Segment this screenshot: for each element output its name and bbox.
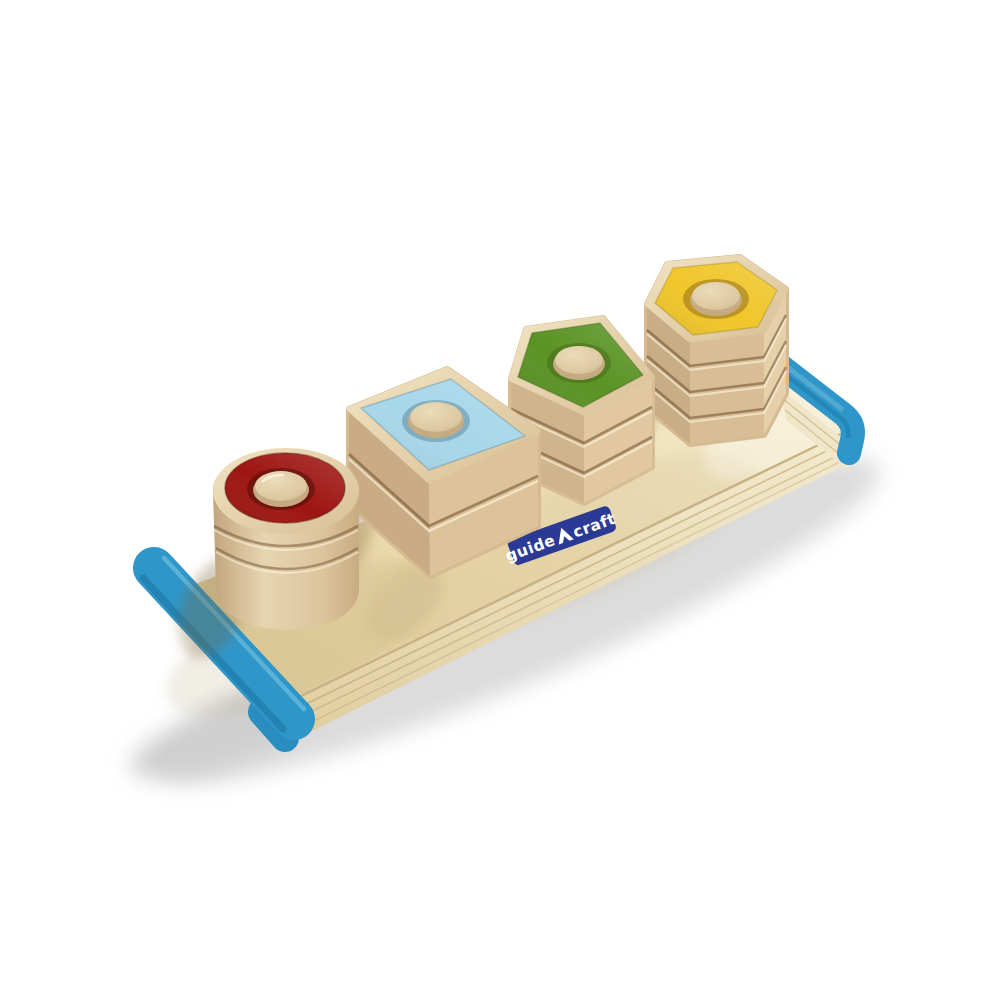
pentagon-peg bbox=[547, 343, 611, 383]
square-peg bbox=[402, 400, 470, 442]
stack-circle bbox=[213, 448, 359, 630]
toy-illustration: guide craft bbox=[0, 0, 1000, 1000]
stack-hexagon bbox=[647, 257, 786, 444]
circle-peg bbox=[247, 468, 315, 510]
hexagon-peg bbox=[683, 279, 749, 319]
product-photo: guide craft bbox=[0, 0, 1000, 1000]
